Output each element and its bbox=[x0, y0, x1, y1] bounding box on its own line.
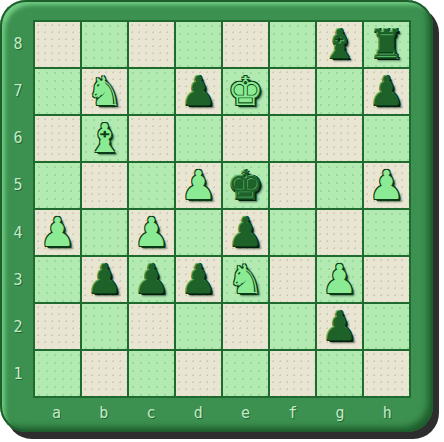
piece-wN-e3[interactable]: ♞ bbox=[228, 257, 264, 302]
piece-bP-g2[interactable]: ♟ bbox=[322, 304, 358, 349]
square-a2[interactable] bbox=[35, 304, 80, 349]
square-b2[interactable] bbox=[82, 304, 127, 349]
square-f4[interactable] bbox=[270, 210, 315, 255]
file-label-f: f bbox=[269, 400, 316, 426]
square-f7[interactable] bbox=[270, 69, 315, 114]
piece-bP-d3[interactable]: ♟ bbox=[181, 257, 217, 302]
rank-label-5: 5 bbox=[7, 162, 29, 209]
square-b6[interactable]: ♝ bbox=[82, 116, 127, 161]
square-b5[interactable] bbox=[82, 163, 127, 208]
square-a5[interactable] bbox=[35, 163, 80, 208]
piece-wP-c4[interactable]: ♟ bbox=[134, 210, 170, 255]
square-e2[interactable] bbox=[223, 304, 268, 349]
square-d8[interactable] bbox=[176, 22, 221, 67]
square-a7[interactable] bbox=[35, 69, 80, 114]
piece-bP-c3[interactable]: ♟ bbox=[134, 257, 170, 302]
file-label-h: h bbox=[364, 400, 411, 426]
square-h1[interactable] bbox=[364, 351, 409, 396]
square-h6[interactable] bbox=[364, 116, 409, 161]
square-c8[interactable] bbox=[129, 22, 174, 67]
file-label-d: d bbox=[175, 400, 222, 426]
piece-wK-e7[interactable]: ♚ bbox=[228, 69, 264, 114]
square-c1[interactable] bbox=[129, 351, 174, 396]
square-g2[interactable]: ♟ bbox=[317, 304, 362, 349]
rank-label-2: 2 bbox=[7, 304, 29, 351]
square-d1[interactable] bbox=[176, 351, 221, 396]
piece-bP-b3[interactable]: ♟ bbox=[87, 257, 123, 302]
square-h4[interactable] bbox=[364, 210, 409, 255]
square-d5[interactable]: ♟ bbox=[176, 163, 221, 208]
file-label-b: b bbox=[80, 400, 127, 426]
square-f3[interactable] bbox=[270, 257, 315, 302]
square-a1[interactable] bbox=[35, 351, 80, 396]
square-a6[interactable] bbox=[35, 116, 80, 161]
square-d3[interactable]: ♟ bbox=[176, 257, 221, 302]
square-h5[interactable]: ♟ bbox=[364, 163, 409, 208]
square-e3[interactable]: ♞ bbox=[223, 257, 268, 302]
square-e6[interactable] bbox=[223, 116, 268, 161]
piece-bP-h7[interactable]: ♟ bbox=[369, 69, 405, 114]
rank-label-4: 4 bbox=[7, 209, 29, 256]
rank-labels: 87654321 bbox=[7, 20, 29, 398]
square-b8[interactable] bbox=[82, 22, 127, 67]
square-f8[interactable] bbox=[270, 22, 315, 67]
square-c2[interactable] bbox=[129, 304, 174, 349]
chess-app-window: 87654321 ♝♜♞♟♚♟♝♟♚♟♟♟♟♟♟♟♞♟♟ abcdefgh bbox=[0, 0, 444, 442]
square-d6[interactable] bbox=[176, 116, 221, 161]
square-f1[interactable] bbox=[270, 351, 315, 396]
piece-wB-b6[interactable]: ♝ bbox=[87, 116, 123, 161]
board-frame: 87654321 ♝♜♞♟♚♟♝♟♚♟♟♟♟♟♟♟♞♟♟ abcdefgh bbox=[0, 0, 433, 432]
piece-bP-e4[interactable]: ♟ bbox=[228, 210, 264, 255]
square-g6[interactable] bbox=[317, 116, 362, 161]
square-g8[interactable]: ♝ bbox=[317, 22, 362, 67]
square-a3[interactable] bbox=[35, 257, 80, 302]
square-d2[interactable] bbox=[176, 304, 221, 349]
rank-label-8: 8 bbox=[7, 20, 29, 67]
square-f2[interactable] bbox=[270, 304, 315, 349]
rank-label-1: 1 bbox=[7, 351, 29, 398]
square-e1[interactable] bbox=[223, 351, 268, 396]
square-g7[interactable] bbox=[317, 69, 362, 114]
square-e4[interactable]: ♟ bbox=[223, 210, 268, 255]
square-b3[interactable]: ♟ bbox=[82, 257, 127, 302]
chess-board: ♝♜♞♟♚♟♝♟♚♟♟♟♟♟♟♟♞♟♟ bbox=[33, 20, 411, 398]
piece-wP-g3[interactable]: ♟ bbox=[322, 257, 358, 302]
square-e7[interactable]: ♚ bbox=[223, 69, 268, 114]
square-f6[interactable] bbox=[270, 116, 315, 161]
square-c7[interactable] bbox=[129, 69, 174, 114]
square-h8[interactable]: ♜ bbox=[364, 22, 409, 67]
square-d7[interactable]: ♟ bbox=[176, 69, 221, 114]
square-g4[interactable] bbox=[317, 210, 362, 255]
file-label-c: c bbox=[128, 400, 175, 426]
piece-bP-d7[interactable]: ♟ bbox=[181, 69, 217, 114]
square-g3[interactable]: ♟ bbox=[317, 257, 362, 302]
square-a4[interactable]: ♟ bbox=[35, 210, 80, 255]
square-d4[interactable] bbox=[176, 210, 221, 255]
file-label-g: g bbox=[317, 400, 364, 426]
rank-label-6: 6 bbox=[7, 115, 29, 162]
square-c6[interactable] bbox=[129, 116, 174, 161]
square-b4[interactable] bbox=[82, 210, 127, 255]
square-f5[interactable] bbox=[270, 163, 315, 208]
piece-bK-e5[interactable]: ♚ bbox=[228, 163, 264, 208]
piece-wN-b7[interactable]: ♞ bbox=[87, 69, 123, 114]
square-e8[interactable] bbox=[223, 22, 268, 67]
square-a8[interactable] bbox=[35, 22, 80, 67]
file-label-e: e bbox=[222, 400, 269, 426]
piece-bB-g8[interactable]: ♝ bbox=[322, 22, 358, 67]
rank-label-3: 3 bbox=[7, 256, 29, 303]
square-h3[interactable] bbox=[364, 257, 409, 302]
piece-wP-a4[interactable]: ♟ bbox=[40, 210, 76, 255]
piece-bR-h8[interactable]: ♜ bbox=[369, 22, 405, 67]
piece-wP-h5[interactable]: ♟ bbox=[369, 163, 405, 208]
piece-wP-d5[interactable]: ♟ bbox=[181, 163, 217, 208]
square-b1[interactable] bbox=[82, 351, 127, 396]
square-c3[interactable]: ♟ bbox=[129, 257, 174, 302]
square-h2[interactable] bbox=[364, 304, 409, 349]
file-label-a: a bbox=[33, 400, 80, 426]
square-b7[interactable]: ♞ bbox=[82, 69, 127, 114]
square-g1[interactable] bbox=[317, 351, 362, 396]
square-e5[interactable]: ♚ bbox=[223, 163, 268, 208]
file-labels: abcdefgh bbox=[33, 400, 411, 426]
rank-label-7: 7 bbox=[7, 67, 29, 114]
square-g5[interactable] bbox=[317, 163, 362, 208]
square-h7[interactable]: ♟ bbox=[364, 69, 409, 114]
square-c5[interactable] bbox=[129, 163, 174, 208]
square-c4[interactable]: ♟ bbox=[129, 210, 174, 255]
